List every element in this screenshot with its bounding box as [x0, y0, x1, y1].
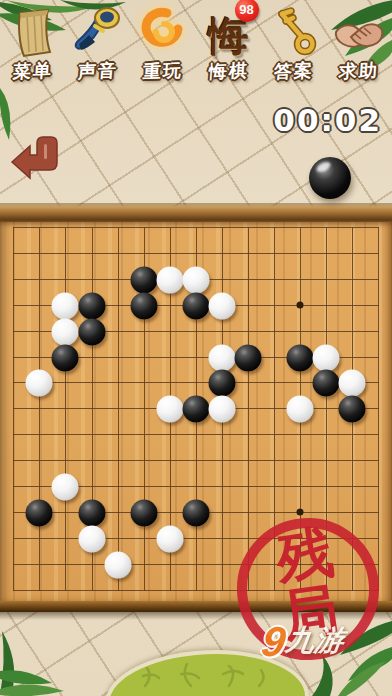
white-stone: [156, 396, 183, 423]
white-stone: [208, 292, 235, 319]
sound-label: 声音: [65, 58, 131, 84]
grid-line-horizontal: [13, 434, 379, 435]
menu-button[interactable]: 菜单: [1, 0, 65, 92]
undo-button[interactable]: 悔 98 悔棋: [197, 0, 261, 92]
black-stone: [313, 370, 340, 397]
black-stone: [130, 266, 157, 293]
turn-indicator-black-stone: [309, 157, 351, 199]
black-stone: [208, 370, 235, 397]
undo-label: 悔棋: [196, 58, 262, 84]
back-button[interactable]: [8, 132, 62, 182]
horn-icon: [73, 4, 123, 58]
undo-count-badge: 98: [235, 0, 259, 22]
black-stone: [26, 499, 53, 526]
white-stone: [156, 266, 183, 293]
black-stone: [130, 292, 157, 319]
swirl-icon: [137, 4, 189, 58]
black-stone: [182, 499, 209, 526]
bamboo-leaves-bottom-left-icon: [0, 631, 76, 696]
black-stone: [78, 292, 105, 319]
back-arrow-notch: [44, 144, 47, 159]
black-stone: [130, 499, 157, 526]
key-icon: [271, 6, 317, 58]
star-point: [297, 508, 304, 515]
white-stone: [339, 370, 366, 397]
black-stone: [182, 292, 209, 319]
help-button[interactable]: 求助: [327, 0, 391, 92]
white-stone: [78, 525, 105, 552]
white-stone: [52, 474, 79, 501]
white-stone: [26, 370, 53, 397]
scroll-icon: [11, 6, 55, 58]
toolbar: 菜单 声音 重玩: [0, 0, 392, 92]
black-stone: [234, 344, 261, 371]
white-stone: [52, 292, 79, 319]
white-stone: [156, 525, 183, 552]
black-stone: [52, 344, 79, 371]
black-stone: [182, 396, 209, 423]
game-screen: 菜单 声音 重玩: [0, 0, 392, 696]
white-stone: [313, 344, 340, 371]
replay-label: 重玩: [130, 58, 196, 84]
sound-button[interactable]: 声音: [66, 0, 130, 92]
white-stone: [52, 318, 79, 345]
black-stone: [287, 344, 314, 371]
white-stone: [182, 266, 209, 293]
black-stone: [339, 396, 366, 423]
menu-label: 菜单: [0, 58, 66, 84]
game-timer: 00:02: [273, 102, 382, 138]
white-stone: [287, 396, 314, 423]
black-stone: [78, 499, 105, 526]
white-stone: [104, 551, 131, 578]
handshake-icon: [332, 16, 386, 58]
watermark-text: 九游: [283, 624, 345, 656]
answer-label: 答案: [261, 58, 327, 84]
star-point: [297, 301, 304, 308]
grid-line-horizontal: [13, 253, 379, 254]
black-stone: [78, 318, 105, 345]
watermark-9game: 9九游: [259, 618, 347, 666]
white-stone: [208, 396, 235, 423]
answer-button[interactable]: 答案: [262, 0, 326, 92]
replay-button[interactable]: 重玩: [131, 0, 195, 92]
grid-line-horizontal: [13, 227, 379, 228]
white-stone: [208, 344, 235, 371]
grid-line-horizontal: [13, 460, 379, 461]
help-label: 求助: [326, 58, 392, 84]
